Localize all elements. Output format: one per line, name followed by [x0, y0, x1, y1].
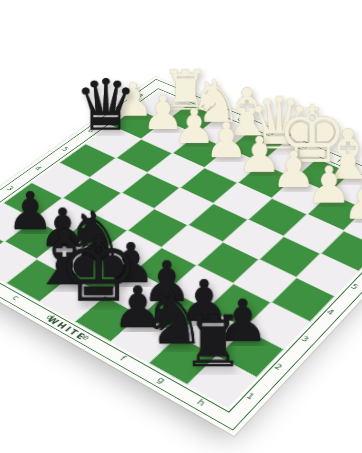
rank-label-left-4: 4 — [33, 166, 43, 172]
chess-set-product-photo: ♜♞♝♛♚♝♟♟♟♟♟♟♟♟♛♟♟♞♟♟♟♟♝♝♚♟♞♜ WHITE aabbc… — [0, 0, 362, 453]
rank-label-left-5: 5 — [60, 146, 70, 152]
rank-label-right-2: 2 — [272, 363, 283, 372]
rank-label-right-4: 4 — [325, 308, 335, 316]
chessboard: ♜♞♝♛♚♝♟♟♟♟♟♟♟♟♛♟♟♞♟♟♟♟♝♝♚♟♞♜ WHITE aabbc… — [0, 76, 362, 436]
rank-label-right-1: 1 — [244, 392, 256, 401]
rank-label-right-5: 5 — [349, 283, 359, 291]
square-h7[interactable]: ♟ — [344, 209, 362, 248]
rank-label-right-3: 3 — [299, 335, 310, 343]
square-e5[interactable] — [188, 203, 248, 241]
perspective-stage: ♜♞♝♛♚♝♟♟♟♟♟♟♟♟♛♟♟♞♟♟♟♟♝♝♚♟♞♜ WHITE aabbc… — [0, 0, 362, 453]
board-squares: ♜♞♝♛♚♝♟♟♟♟♟♟♟♟♛♟♟♞♟♟♟♟♝♝♚♟♞♜ — [0, 91, 362, 408]
